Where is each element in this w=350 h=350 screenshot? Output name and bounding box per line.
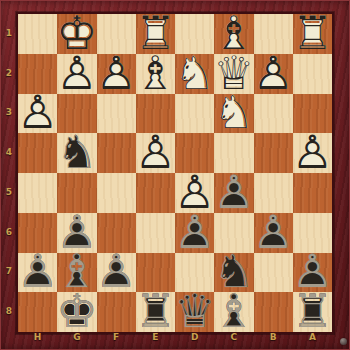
black-pawn-outline-glyph: ♙ (293, 252, 332, 292)
piece-black-rook[interactable]: ♜♖ (136, 292, 175, 332)
square-b7[interactable] (254, 253, 293, 293)
square-g8[interactable]: ♚♔ (57, 292, 96, 332)
white-rook-fill-glyph: ♜ (293, 13, 332, 53)
square-f3[interactable] (97, 94, 136, 134)
piece-white-pawn[interactable]: ♟♙ (136, 133, 175, 173)
white-pawn-outline-glyph: ♙ (293, 132, 332, 172)
square-d1[interactable] (175, 14, 214, 54)
square-g3[interactable] (57, 94, 96, 134)
piece-black-king[interactable]: ♚♔ (57, 292, 96, 332)
black-queen-fill-glyph: ♛ (175, 291, 214, 331)
square-a7[interactable]: ♟♙ (293, 253, 332, 293)
black-bishop-outline-glyph: ♗ (57, 252, 96, 292)
square-c6[interactable] (214, 213, 253, 253)
square-h6[interactable] (18, 213, 57, 253)
square-b1[interactable] (254, 14, 293, 54)
black-knight-fill-glyph: ♞ (57, 132, 96, 172)
square-g4[interactable]: ♞♘ (57, 133, 96, 173)
black-knight-fill-glyph: ♞ (214, 252, 253, 292)
rank-label-1: 1 (0, 29, 18, 38)
black-pawn-outline-glyph: ♙ (214, 172, 253, 212)
square-a4[interactable]: ♟♙ (293, 133, 332, 173)
white-bishop-fill-glyph: ♝ (136, 53, 175, 93)
white-queen-fill-glyph: ♛ (214, 53, 253, 93)
rank-label-2: 2 (0, 69, 18, 78)
file-label-b: B (267, 332, 279, 350)
square-h8[interactable] (18, 292, 57, 332)
square-g5[interactable] (57, 173, 96, 213)
rank-label-6: 6 (0, 228, 18, 237)
piece-black-knight[interactable]: ♞♘ (214, 253, 253, 293)
square-c2[interactable]: ♛♕ (214, 54, 253, 94)
file-label-c: C (228, 332, 240, 350)
piece-white-pawn[interactable]: ♟♙ (175, 173, 214, 213)
black-knight-outline-glyph: ♘ (57, 132, 96, 172)
square-b3[interactable] (254, 94, 293, 134)
black-bishop-outline-glyph: ♗ (214, 291, 253, 331)
square-e6[interactable] (136, 213, 175, 253)
piece-black-queen[interactable]: ♛♕ (175, 292, 214, 332)
rank-label-3: 3 (0, 108, 18, 117)
square-f5[interactable] (97, 173, 136, 213)
black-rook-fill-glyph: ♜ (136, 291, 175, 331)
square-c1[interactable]: ♝♗ (214, 14, 253, 54)
square-b4[interactable] (254, 133, 293, 173)
piece-black-pawn[interactable]: ♟♙ (18, 253, 57, 293)
square-f1[interactable] (97, 14, 136, 54)
piece-black-pawn[interactable]: ♟♙ (57, 213, 96, 253)
white-pawn-outline-glyph: ♙ (175, 172, 214, 212)
file-label-h: H (32, 332, 44, 350)
piece-black-knight[interactable]: ♞♘ (57, 133, 96, 173)
square-d6[interactable]: ♟♙ (175, 213, 214, 253)
square-d7[interactable] (175, 253, 214, 293)
white-pawn-fill-glyph: ♟ (18, 93, 57, 133)
piece-white-rook[interactable]: ♜♖ (293, 14, 332, 54)
white-pawn-outline-glyph: ♙ (254, 53, 293, 93)
white-bishop-fill-glyph: ♝ (214, 13, 253, 53)
white-pawn-outline-glyph: ♙ (18, 93, 57, 133)
white-knight-fill-glyph: ♞ (214, 93, 253, 133)
square-b8[interactable] (254, 292, 293, 332)
black-pawn-outline-glyph: ♙ (97, 252, 136, 292)
square-a5[interactable] (293, 173, 332, 213)
black-bishop-fill-glyph: ♝ (214, 291, 253, 331)
white-knight-fill-glyph: ♞ (175, 53, 214, 93)
square-g1[interactable]: ♚♔ (57, 14, 96, 54)
black-king-outline-glyph: ♔ (57, 291, 96, 331)
square-d4[interactable] (175, 133, 214, 173)
file-label-g: G (71, 332, 83, 350)
square-h3[interactable]: ♟♙ (18, 94, 57, 134)
black-knight-outline-glyph: ♘ (214, 252, 253, 292)
white-rook-outline-glyph: ♖ (136, 13, 175, 53)
white-king-fill-glyph: ♚ (57, 13, 96, 53)
black-pawn-fill-glyph: ♟ (254, 212, 293, 252)
piece-white-knight[interactable]: ♞♘ (175, 54, 214, 94)
black-queen-outline-glyph: ♕ (175, 291, 214, 331)
square-d2[interactable]: ♞♘ (175, 54, 214, 94)
black-pawn-fill-glyph: ♟ (214, 172, 253, 212)
black-pawn-fill-glyph: ♟ (293, 252, 332, 292)
square-h5[interactable] (18, 173, 57, 213)
piece-black-rook[interactable]: ♜♖ (293, 292, 332, 332)
black-pawn-fill-glyph: ♟ (57, 212, 96, 252)
piece-white-rook[interactable]: ♜♖ (136, 14, 175, 54)
square-b5[interactable] (254, 173, 293, 213)
white-pawn-fill-glyph: ♟ (175, 172, 214, 212)
square-a2[interactable] (293, 54, 332, 94)
white-king-outline-glyph: ♔ (57, 13, 96, 53)
black-pawn-fill-glyph: ♟ (97, 252, 136, 292)
square-d5[interactable]: ♟♙ (175, 173, 214, 213)
square-b2[interactable]: ♟♙ (254, 54, 293, 94)
square-g6[interactable]: ♟♙ (57, 213, 96, 253)
square-g2[interactable]: ♟♙ (57, 54, 96, 94)
black-pawn-fill-glyph: ♟ (175, 212, 214, 252)
rank-label-4: 4 (0, 148, 18, 157)
piece-black-pawn[interactable]: ♟♙ (214, 173, 253, 213)
square-c5[interactable]: ♟♙ (214, 173, 253, 213)
rank-label-8: 8 (0, 307, 18, 316)
white-bishop-outline-glyph: ♗ (136, 53, 175, 93)
white-queen-outline-glyph: ♕ (214, 53, 253, 93)
piece-white-pawn[interactable]: ♟♙ (18, 94, 57, 134)
square-f7[interactable]: ♟♙ (97, 253, 136, 293)
square-f2[interactable]: ♟♙ (97, 54, 136, 94)
piece-white-pawn[interactable]: ♟♙ (97, 54, 136, 94)
white-pawn-fill-glyph: ♟ (293, 132, 332, 172)
white-rook-fill-glyph: ♜ (136, 13, 175, 53)
square-h7[interactable]: ♟♙ (18, 253, 57, 293)
square-a3[interactable] (293, 94, 332, 134)
rank-label-7: 7 (0, 267, 18, 276)
square-g7[interactable]: ♝♗ (57, 253, 96, 293)
black-pawn-fill-glyph: ♟ (18, 252, 57, 292)
square-e5[interactable] (136, 173, 175, 213)
rank-label-5: 5 (0, 188, 18, 197)
black-rook-outline-glyph: ♖ (293, 291, 332, 331)
square-h4[interactable] (18, 133, 57, 173)
piece-black-pawn[interactable]: ♟♙ (293, 253, 332, 293)
piece-white-knight[interactable]: ♞♘ (214, 94, 253, 134)
piece-black-pawn[interactable]: ♟♙ (97, 253, 136, 293)
watermark-dot (340, 338, 347, 345)
white-knight-outline-glyph: ♘ (214, 93, 253, 133)
square-c8[interactable]: ♝♗ (214, 292, 253, 332)
black-pawn-outline-glyph: ♙ (57, 212, 96, 252)
square-c4[interactable] (214, 133, 253, 173)
file-label-f: F (110, 332, 122, 350)
piece-white-pawn[interactable]: ♟♙ (57, 54, 96, 94)
white-knight-outline-glyph: ♘ (175, 53, 214, 93)
white-pawn-outline-glyph: ♙ (136, 132, 175, 172)
piece-black-pawn[interactable]: ♟♙ (254, 213, 293, 253)
file-label-d: D (189, 332, 201, 350)
black-pawn-outline-glyph: ♙ (18, 252, 57, 292)
square-f6[interactable] (97, 213, 136, 253)
white-pawn-outline-glyph: ♙ (57, 53, 96, 93)
file-label-a: A (306, 332, 318, 350)
black-rook-fill-glyph: ♜ (293, 291, 332, 331)
piece-black-pawn[interactable]: ♟♙ (175, 213, 214, 253)
white-rook-outline-glyph: ♖ (293, 13, 332, 53)
square-e1[interactable]: ♜♖ (136, 14, 175, 54)
black-pawn-outline-glyph: ♙ (175, 212, 214, 252)
square-b6[interactable]: ♟♙ (254, 213, 293, 253)
square-e2[interactable]: ♝♗ (136, 54, 175, 94)
square-h1[interactable] (18, 14, 57, 54)
piece-black-bishop[interactable]: ♝♗ (57, 253, 96, 293)
square-a8[interactable]: ♜♖ (293, 292, 332, 332)
piece-white-pawn[interactable]: ♟♙ (254, 54, 293, 94)
square-e7[interactable] (136, 253, 175, 293)
piece-white-queen[interactable]: ♛♕ (214, 54, 253, 94)
square-e8[interactable]: ♜♖ (136, 292, 175, 332)
white-pawn-fill-glyph: ♟ (254, 53, 293, 93)
piece-white-bishop[interactable]: ♝♗ (136, 54, 175, 94)
square-e3[interactable] (136, 94, 175, 134)
white-pawn-fill-glyph: ♟ (97, 53, 136, 93)
white-bishop-outline-glyph: ♗ (214, 13, 253, 53)
piece-white-king[interactable]: ♚♔ (57, 14, 96, 54)
board-frame: ♚♔♜♖♝♗♜♖♟♙♟♙♝♗♞♘♛♕♟♙♟♙♞♘♞♘♟♙♟♙♟♙♟♙♟♙♟♙♟♙… (0, 0, 350, 350)
piece-black-bishop[interactable]: ♝♗ (214, 292, 253, 332)
board: ♚♔♜♖♝♗♜♖♟♙♟♙♝♗♞♘♛♕♟♙♟♙♞♘♞♘♟♙♟♙♟♙♟♙♟♙♟♙♟♙… (18, 14, 332, 332)
square-c7[interactable]: ♞♘ (214, 253, 253, 293)
black-king-fill-glyph: ♚ (57, 291, 96, 331)
white-pawn-outline-glyph: ♙ (97, 53, 136, 93)
black-rook-outline-glyph: ♖ (136, 291, 175, 331)
square-h2[interactable] (18, 54, 57, 94)
white-pawn-fill-glyph: ♟ (136, 132, 175, 172)
square-d3[interactable] (175, 94, 214, 134)
file-label-e: E (149, 332, 161, 350)
square-a6[interactable] (293, 213, 332, 253)
piece-white-bishop[interactable]: ♝♗ (214, 14, 253, 54)
piece-white-pawn[interactable]: ♟♙ (293, 133, 332, 173)
square-f8[interactable] (97, 292, 136, 332)
square-f4[interactable] (97, 133, 136, 173)
square-c3[interactable]: ♞♘ (214, 94, 253, 134)
black-pawn-outline-glyph: ♙ (254, 212, 293, 252)
black-bishop-fill-glyph: ♝ (57, 252, 96, 292)
square-d8[interactable]: ♛♕ (175, 292, 214, 332)
square-e4[interactable]: ♟♙ (136, 133, 175, 173)
white-pawn-fill-glyph: ♟ (57, 53, 96, 93)
square-a1[interactable]: ♜♖ (293, 14, 332, 54)
